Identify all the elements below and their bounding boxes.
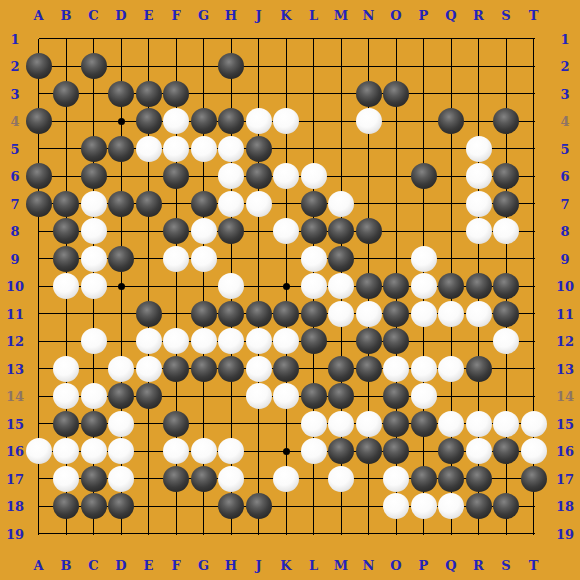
row-label-right: 18 [556,499,574,514]
black-stone[interactable] [328,246,354,272]
white-stone[interactable] [108,411,134,437]
column-label-top: K [280,8,291,23]
black-stone[interactable] [163,356,189,382]
black-stone[interactable] [108,246,134,272]
black-stone[interactable] [53,411,79,437]
column-label-bottom: L [309,558,318,573]
white-stone[interactable] [191,438,217,464]
row-label-left: 7 [10,196,19,211]
white-stone[interactable] [218,273,244,299]
column-label-top: C [88,8,98,23]
black-stone[interactable] [163,411,189,437]
row-label-right: 5 [560,141,569,156]
black-stone[interactable] [356,218,382,244]
black-stone[interactable] [273,301,299,327]
black-stone[interactable] [411,163,437,189]
white-stone[interactable] [218,163,244,189]
row-label-left: 5 [10,141,19,156]
column-label-bottom: P [419,558,429,573]
black-stone[interactable] [81,136,107,162]
white-stone[interactable] [356,301,382,327]
black-stone[interactable] [108,81,134,107]
white-stone[interactable] [383,466,409,492]
black-stone[interactable] [356,356,382,382]
white-stone[interactable] [328,191,354,217]
white-stone[interactable] [356,108,382,134]
white-stone[interactable] [273,218,299,244]
column-label-top: Q [445,8,456,23]
column-label-top: J [255,8,261,23]
black-stone[interactable] [356,81,382,107]
black-stone[interactable] [108,493,134,519]
black-stone[interactable] [108,136,134,162]
row-label-right: 8 [560,224,569,239]
black-stone[interactable] [493,493,519,519]
row-label-right: 11 [556,306,574,321]
white-stone[interactable] [438,301,464,327]
black-stone[interactable] [136,383,162,409]
row-label-right: 17 [556,471,574,486]
black-stone[interactable] [328,356,354,382]
black-stone[interactable] [26,191,52,217]
white-stone[interactable] [493,328,519,354]
white-stone[interactable] [411,356,437,382]
column-label-bottom: C [88,558,98,573]
black-stone[interactable] [301,301,327,327]
column-label-bottom: F [171,558,180,573]
black-stone[interactable] [191,301,217,327]
row-label-left: 18 [6,499,24,514]
column-label-bottom: N [363,558,375,573]
column-label-top: T [529,8,539,23]
black-stone[interactable] [493,108,519,134]
row-label-left: 12 [6,334,24,349]
row-label-left: 15 [6,416,24,431]
column-label-bottom: E [144,558,154,573]
white-stone[interactable] [191,136,217,162]
black-stone[interactable] [438,438,464,464]
white-stone[interactable] [328,301,354,327]
column-label-top: F [171,8,180,23]
white-stone[interactable] [301,163,327,189]
black-stone[interactable] [246,301,272,327]
black-stone[interactable] [438,466,464,492]
white-stone[interactable] [273,383,299,409]
white-stone[interactable] [301,273,327,299]
black-stone[interactable] [163,466,189,492]
white-stone[interactable] [466,136,492,162]
column-label-top: L [309,8,318,23]
white-stone[interactable] [53,273,79,299]
white-stone[interactable] [466,438,492,464]
white-stone[interactable] [163,136,189,162]
column-label-bottom: D [115,558,126,573]
black-stone[interactable] [246,493,272,519]
white-stone[interactable] [136,356,162,382]
row-label-left: 6 [10,169,19,184]
column-label-bottom: R [473,558,484,573]
black-stone[interactable] [218,356,244,382]
black-stone[interactable] [163,163,189,189]
black-stone[interactable] [383,411,409,437]
black-stone[interactable] [438,108,464,134]
black-stone[interactable] [301,328,327,354]
black-stone[interactable] [136,301,162,327]
black-stone[interactable] [163,218,189,244]
black-stone[interactable] [328,218,354,244]
column-label-bottom: G [198,558,209,573]
row-label-right: 1 [560,31,569,46]
star-point [283,448,290,455]
black-stone[interactable] [493,163,519,189]
column-label-bottom: B [61,558,72,573]
black-stone[interactable] [328,438,354,464]
black-stone[interactable] [81,466,107,492]
black-stone[interactable] [411,411,437,437]
black-stone[interactable] [411,466,437,492]
white-stone[interactable] [273,328,299,354]
white-stone[interactable] [246,383,272,409]
row-label-left: 3 [10,86,19,101]
white-stone[interactable] [246,108,272,134]
white-stone[interactable] [218,136,244,162]
white-stone[interactable] [53,383,79,409]
black-stone[interactable] [493,191,519,217]
white-stone[interactable] [136,136,162,162]
black-stone[interactable] [301,218,327,244]
column-label-top: N [363,8,375,23]
white-stone[interactable] [438,493,464,519]
white-stone[interactable] [411,273,437,299]
black-stone[interactable] [53,191,79,217]
column-label-top: M [334,8,348,23]
black-stone[interactable] [466,466,492,492]
white-stone[interactable] [301,411,327,437]
column-label-bottom: M [334,558,348,573]
white-stone[interactable] [328,411,354,437]
black-stone[interactable] [191,108,217,134]
white-stone[interactable] [108,438,134,464]
white-stone[interactable] [328,466,354,492]
white-stone[interactable] [273,108,299,134]
row-label-left: 4 [10,114,19,129]
column-label-bottom: S [501,558,510,573]
white-stone[interactable] [163,328,189,354]
black-stone[interactable] [493,273,519,299]
black-stone[interactable] [136,81,162,107]
white-stone[interactable] [218,328,244,354]
black-stone[interactable] [53,81,79,107]
white-stone[interactable] [218,466,244,492]
row-label-left: 13 [6,361,24,376]
white-stone[interactable] [81,438,107,464]
grid-line [39,38,535,39]
black-stone[interactable] [81,163,107,189]
column-label-top: R [473,8,484,23]
white-stone[interactable] [53,438,79,464]
row-label-right: 2 [560,59,569,74]
white-stone[interactable] [246,356,272,382]
white-stone[interactable] [438,356,464,382]
row-label-right: 13 [556,361,574,376]
black-stone[interactable] [218,53,244,79]
white-stone[interactable] [81,191,107,217]
white-stone[interactable] [108,356,134,382]
white-stone[interactable] [163,108,189,134]
column-label-top: E [144,8,154,23]
column-label-bottom: Q [445,558,456,573]
white-stone[interactable] [383,356,409,382]
black-stone[interactable] [328,383,354,409]
row-label-right: 3 [560,86,569,101]
black-stone[interactable] [466,273,492,299]
black-stone[interactable] [246,136,272,162]
column-label-top: B [61,8,72,23]
black-stone[interactable] [53,493,79,519]
column-label-bottom: J [255,558,261,573]
row-label-left: 17 [6,471,24,486]
star-point [283,283,290,290]
white-stone[interactable] [273,163,299,189]
row-label-right: 15 [556,416,574,431]
white-stone[interactable] [108,466,134,492]
row-label-right: 14 [556,389,574,404]
black-stone[interactable] [466,356,492,382]
white-stone[interactable] [466,301,492,327]
white-stone[interactable] [191,246,217,272]
white-stone[interactable] [328,273,354,299]
black-stone[interactable] [493,301,519,327]
black-stone[interactable] [356,273,382,299]
white-stone[interactable] [81,218,107,244]
black-stone[interactable] [521,466,547,492]
row-label-right: 9 [560,251,569,266]
black-stone[interactable] [273,356,299,382]
row-label-right: 19 [556,526,574,541]
black-stone[interactable] [191,356,217,382]
black-stone[interactable] [383,383,409,409]
white-stone[interactable] [218,438,244,464]
white-stone[interactable] [246,191,272,217]
column-label-top: D [115,8,126,23]
white-stone[interactable] [246,328,272,354]
black-stone[interactable] [136,191,162,217]
grid-line [39,66,535,67]
row-label-right: 7 [560,196,569,211]
column-label-bottom: T [529,558,539,573]
black-stone[interactable] [218,493,244,519]
white-stone[interactable] [218,191,244,217]
black-stone[interactable] [191,466,217,492]
black-stone[interactable] [218,301,244,327]
row-label-left: 19 [6,526,24,541]
black-stone[interactable] [163,81,189,107]
row-label-right: 4 [560,114,569,129]
row-label-left: 16 [6,444,24,459]
white-stone[interactable] [411,383,437,409]
white-stone[interactable] [493,218,519,244]
white-stone[interactable] [26,438,52,464]
black-stone[interactable] [53,218,79,244]
column-label-bottom: A [33,558,43,573]
row-label-left: 2 [10,59,19,74]
black-stone[interactable] [301,191,327,217]
black-stone[interactable] [218,108,244,134]
column-label-top: H [225,8,237,23]
column-label-top: P [419,8,429,23]
row-label-right: 6 [560,169,569,184]
column-label-top: S [501,8,510,23]
row-label-left: 8 [10,224,19,239]
white-stone[interactable] [411,246,437,272]
white-stone[interactable] [301,246,327,272]
column-label-top: A [33,8,43,23]
black-stone[interactable] [191,191,217,217]
black-stone[interactable] [383,81,409,107]
white-stone[interactable] [521,438,547,464]
column-label-bottom: K [280,558,291,573]
white-stone[interactable] [438,411,464,437]
row-label-left: 14 [6,389,24,404]
white-stone[interactable] [383,493,409,519]
white-stone[interactable] [411,301,437,327]
black-stone[interactable] [383,273,409,299]
black-stone[interactable] [218,218,244,244]
white-stone[interactable] [81,328,107,354]
star-point [118,118,125,125]
row-label-left: 11 [6,306,24,321]
black-stone[interactable] [383,301,409,327]
white-stone[interactable] [53,466,79,492]
row-label-right: 16 [556,444,574,459]
white-stone[interactable] [81,273,107,299]
column-label-top: O [390,8,401,23]
black-stone[interactable] [356,328,382,354]
black-stone[interactable] [383,328,409,354]
black-stone[interactable] [466,493,492,519]
black-stone[interactable] [246,163,272,189]
black-stone[interactable] [26,53,52,79]
row-label-left: 10 [6,279,24,294]
row-label-right: 12 [556,334,574,349]
white-stone[interactable] [301,438,327,464]
white-stone[interactable] [81,246,107,272]
row-label-left: 1 [10,31,19,46]
white-stone[interactable] [356,411,382,437]
white-stone[interactable] [466,411,492,437]
black-stone[interactable] [26,163,52,189]
black-stone[interactable] [108,383,134,409]
column-label-bottom: O [390,558,401,573]
row-label-right: 10 [556,279,574,294]
column-label-bottom: H [225,558,237,573]
white-stone[interactable] [163,438,189,464]
white-stone[interactable] [163,246,189,272]
black-stone[interactable] [493,438,519,464]
column-label-top: G [198,8,209,23]
black-stone[interactable] [108,191,134,217]
black-stone[interactable] [81,53,107,79]
white-stone[interactable] [466,163,492,189]
white-stone[interactable] [191,218,217,244]
white-stone[interactable] [136,328,162,354]
black-stone[interactable] [301,383,327,409]
grid-line [39,533,535,534]
white-stone[interactable] [53,356,79,382]
white-stone[interactable] [81,383,107,409]
black-stone[interactable] [356,438,382,464]
white-stone[interactable] [521,411,547,437]
black-stone[interactable] [81,411,107,437]
go-board[interactable]: AABBCCDDEEFFGGHHJJKKLLMMNNOOPPQQRRSSTT11… [0,0,580,580]
black-stone[interactable] [26,108,52,134]
white-stone[interactable] [466,218,492,244]
white-stone[interactable] [466,191,492,217]
white-stone[interactable] [493,411,519,437]
row-label-left: 9 [10,251,19,266]
white-stone[interactable] [273,466,299,492]
black-stone[interactable] [136,108,162,134]
star-point [118,283,125,290]
black-stone[interactable] [81,493,107,519]
white-stone[interactable] [411,493,437,519]
black-stone[interactable] [438,273,464,299]
black-stone[interactable] [53,246,79,272]
white-stone[interactable] [191,328,217,354]
black-stone[interactable] [383,438,409,464]
